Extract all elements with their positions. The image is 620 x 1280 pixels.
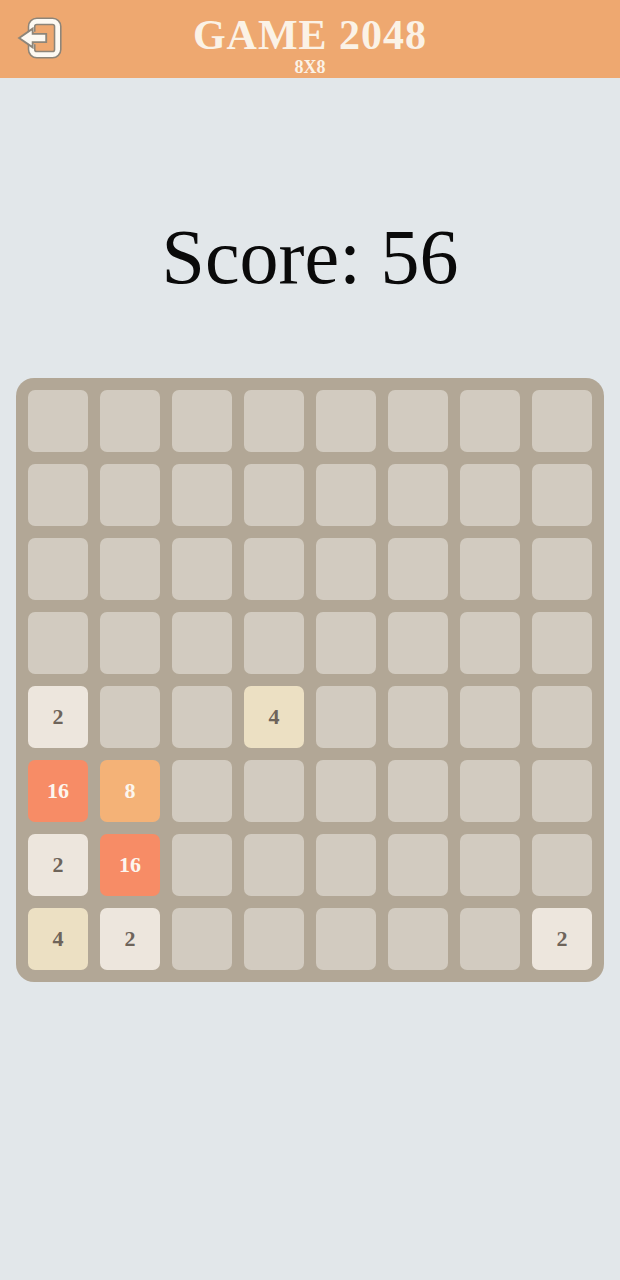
empty-cell-r5c7 [532, 760, 592, 822]
empty-cell-r4c6 [460, 686, 520, 748]
empty-cell-r0c6 [460, 390, 520, 452]
empty-cell-r3c7 [532, 612, 592, 674]
empty-cell-r5c2 [172, 760, 232, 822]
empty-cell-r1c1 [100, 464, 160, 526]
empty-cell-r7c2 [172, 908, 232, 970]
empty-cell-r6c2 [172, 834, 232, 896]
tile-2-r7c7: 2 [532, 908, 592, 970]
empty-cell-r2c7 [532, 538, 592, 600]
empty-cell-r3c4 [316, 612, 376, 674]
empty-cell-r4c4 [316, 686, 376, 748]
score-text: Score: 56 [0, 214, 620, 300]
empty-cell-r3c5 [388, 612, 448, 674]
empty-cell-r3c1 [100, 612, 160, 674]
empty-cell-r3c6 [460, 612, 520, 674]
empty-cell-r6c3 [244, 834, 304, 896]
empty-cell-r0c5 [388, 390, 448, 452]
empty-cell-r7c5 [388, 908, 448, 970]
empty-cell-r0c3 [244, 390, 304, 452]
tile-4-r7c0: 4 [28, 908, 88, 970]
empty-cell-r6c4 [316, 834, 376, 896]
empty-cell-r0c2 [172, 390, 232, 452]
app-header: GAME 2048 8X8 [0, 0, 620, 78]
empty-cell-r4c5 [388, 686, 448, 748]
app-title: GAME 2048 [0, 0, 620, 56]
empty-cell-r7c3 [244, 908, 304, 970]
empty-cell-r0c7 [532, 390, 592, 452]
empty-cell-r5c6 [460, 760, 520, 822]
tile-16-r5c0: 16 [28, 760, 88, 822]
empty-cell-r3c3 [244, 612, 304, 674]
empty-cell-r2c4 [316, 538, 376, 600]
empty-cell-r6c7 [532, 834, 592, 896]
empty-cell-r1c2 [172, 464, 232, 526]
board-size-label: 8X8 [0, 58, 620, 76]
empty-cell-r7c4 [316, 908, 376, 970]
empty-cell-r2c2 [172, 538, 232, 600]
empty-cell-r0c0 [28, 390, 88, 452]
empty-cell-r5c4 [316, 760, 376, 822]
empty-cell-r4c1 [100, 686, 160, 748]
empty-cell-r0c1 [100, 390, 160, 452]
empty-cell-r2c6 [460, 538, 520, 600]
empty-cell-r2c1 [100, 538, 160, 600]
exit-icon [16, 13, 66, 63]
empty-cell-r1c6 [460, 464, 520, 526]
empty-cell-r5c3 [244, 760, 304, 822]
empty-cell-r3c0 [28, 612, 88, 674]
empty-cell-r1c7 [532, 464, 592, 526]
back-button[interactable] [16, 13, 66, 63]
tile-8-r5c1: 8 [100, 760, 160, 822]
empty-cell-r4c7 [532, 686, 592, 748]
empty-cell-r1c5 [388, 464, 448, 526]
empty-cell-r1c4 [316, 464, 376, 526]
empty-cell-r1c0 [28, 464, 88, 526]
empty-cell-r2c0 [28, 538, 88, 600]
tile-2-r4c0: 2 [28, 686, 88, 748]
tile-2-r6c0: 2 [28, 834, 88, 896]
empty-cell-r6c5 [388, 834, 448, 896]
empty-cell-r4c2 [172, 686, 232, 748]
tile-16-r6c1: 16 [100, 834, 160, 896]
empty-cell-r1c3 [244, 464, 304, 526]
tile-2-r7c1: 2 [100, 908, 160, 970]
tile-4-r4c3: 4 [244, 686, 304, 748]
empty-cell-r2c5 [388, 538, 448, 600]
empty-cell-r2c3 [244, 538, 304, 600]
empty-cell-r5c5 [388, 760, 448, 822]
game-board[interactable]: 24168216422 [16, 378, 604, 982]
empty-cell-r0c4 [316, 390, 376, 452]
empty-cell-r3c2 [172, 612, 232, 674]
empty-cell-r7c6 [460, 908, 520, 970]
empty-cell-r6c6 [460, 834, 520, 896]
